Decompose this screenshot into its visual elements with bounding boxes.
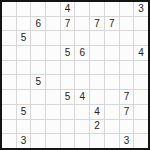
cell-r10-c8[interactable] — [105, 134, 119, 148]
cell-r9-c4[interactable] — [46, 120, 60, 134]
cell-r2-c10[interactable] — [134, 17, 148, 31]
cell-r10-c6[interactable] — [75, 134, 89, 148]
cell-r7-c8[interactable] — [105, 90, 119, 104]
cell-r10-c2: 3 — [17, 134, 31, 148]
cell-r6-c1[interactable] — [2, 75, 16, 89]
cell-r7-c7[interactable] — [90, 90, 104, 104]
cell-r5-c9[interactable] — [120, 61, 134, 75]
cell-r7-c1[interactable] — [2, 90, 16, 104]
cell-r8-c1[interactable] — [2, 105, 16, 119]
cell-r2-c4[interactable] — [46, 17, 60, 31]
cell-r8-c2: 5 — [17, 105, 31, 119]
cell-r10-c7[interactable] — [90, 134, 104, 148]
cell-r10-c9: 3 — [120, 134, 134, 148]
cell-r2-c7: 7 — [90, 17, 104, 31]
cell-r3-c4[interactable] — [46, 31, 60, 45]
cell-r2-c9[interactable] — [120, 17, 134, 31]
cell-r1-c4[interactable] — [46, 2, 60, 16]
cell-r4-c8[interactable] — [105, 46, 119, 60]
cell-r8-c8[interactable] — [105, 105, 119, 119]
cell-r4-c10: 4 — [134, 46, 148, 60]
cell-r8-c9: 7 — [120, 105, 134, 119]
cell-r4-c9[interactable] — [120, 46, 134, 60]
cell-r3-c1[interactable] — [2, 31, 16, 45]
cell-r6-c2[interactable] — [17, 75, 31, 89]
cell-r7-c6: 4 — [75, 90, 89, 104]
cell-r8-c10[interactable] — [134, 105, 148, 119]
cell-r8-c7: 4 — [90, 105, 104, 119]
cell-r5-c5[interactable] — [61, 61, 75, 75]
cell-r3-c7[interactable] — [90, 31, 104, 45]
cell-r2-c5: 7 — [61, 17, 75, 31]
cell-r9-c5[interactable] — [61, 120, 75, 134]
cell-r6-c4[interactable] — [46, 75, 60, 89]
cell-r5-c10[interactable] — [134, 61, 148, 75]
cell-r2-c8: 7 — [105, 17, 119, 31]
cell-r3-c3[interactable] — [31, 31, 45, 45]
cell-r3-c9[interactable] — [120, 31, 134, 45]
cell-r4-c6: 6 — [75, 46, 89, 60]
cell-r4-c7[interactable] — [90, 46, 104, 60]
cell-r8-c4[interactable] — [46, 105, 60, 119]
cell-r1-c8[interactable] — [105, 2, 119, 16]
cell-r9-c1[interactable] — [2, 120, 16, 134]
cell-r7-c3[interactable] — [31, 90, 45, 104]
cell-r1-c5: 4 — [61, 2, 75, 16]
cell-r1-c1[interactable] — [2, 2, 16, 16]
cell-r8-c3[interactable] — [31, 105, 45, 119]
cell-r3-c10[interactable] — [134, 31, 148, 45]
cell-r5-c4[interactable] — [46, 61, 60, 75]
cell-r1-c3[interactable] — [31, 2, 45, 16]
cell-r2-c2[interactable] — [17, 17, 31, 31]
cell-r9-c8[interactable] — [105, 120, 119, 134]
cell-r1-c9[interactable] — [120, 2, 134, 16]
cell-r3-c8[interactable] — [105, 31, 119, 45]
cell-r7-c10[interactable] — [134, 90, 148, 104]
cell-r3-c6[interactable] — [75, 31, 89, 45]
cell-r4-c4[interactable] — [46, 46, 60, 60]
cell-r10-c3[interactable] — [31, 134, 45, 148]
cell-r7-c4[interactable] — [46, 90, 60, 104]
cell-r4-c3[interactable] — [31, 46, 45, 60]
cell-r6-c8[interactable] — [105, 75, 119, 89]
cell-r6-c5[interactable] — [61, 75, 75, 89]
cell-r2-c3: 6 — [31, 17, 45, 31]
cell-r10-c10[interactable] — [134, 134, 148, 148]
cell-r9-c10[interactable] — [134, 120, 148, 134]
cell-r9-c9[interactable] — [120, 120, 134, 134]
cell-r6-c7[interactable] — [90, 75, 104, 89]
cell-r3-c5[interactable] — [61, 31, 75, 45]
cell-r5-c7[interactable] — [90, 61, 104, 75]
cell-r1-c6[interactable] — [75, 2, 89, 16]
cell-r10-c5[interactable] — [61, 134, 75, 148]
cell-r1-c2[interactable] — [17, 2, 31, 16]
cell-r6-c9[interactable] — [120, 75, 134, 89]
cell-r1-c7[interactable] — [90, 2, 104, 16]
cell-r1-c10: 3 — [134, 2, 148, 16]
cell-r9-c6[interactable] — [75, 120, 89, 134]
cell-r7-c5: 5 — [61, 90, 75, 104]
cell-r6-c10[interactable] — [134, 75, 148, 89]
cell-r5-c3[interactable] — [31, 61, 45, 75]
cell-r8-c6[interactable] — [75, 105, 89, 119]
cell-r5-c2[interactable] — [17, 61, 31, 75]
cell-r5-c6[interactable] — [75, 61, 89, 75]
cell-r2-c1[interactable] — [2, 17, 16, 31]
cell-r9-c3[interactable] — [31, 120, 45, 134]
cell-r9-c2[interactable] — [17, 120, 31, 134]
cell-r2-c6[interactable] — [75, 17, 89, 31]
cell-r3-c2: 5 — [17, 31, 31, 45]
cell-r4-c2[interactable] — [17, 46, 31, 60]
cell-r10-c1[interactable] — [2, 134, 16, 148]
cell-r10-c4[interactable] — [46, 134, 60, 148]
cell-r4-c5: 5 — [61, 46, 75, 60]
cell-r7-c2[interactable] — [17, 90, 31, 104]
cell-r9-c7: 2 — [90, 120, 104, 134]
minesweeper-board: 43677755645547547233 — [0, 0, 150, 150]
cell-r7-c9: 7 — [120, 90, 134, 104]
cell-r5-c8[interactable] — [105, 61, 119, 75]
cell-r6-c3: 5 — [31, 75, 45, 89]
cell-r6-c6[interactable] — [75, 75, 89, 89]
cell-r8-c5[interactable] — [61, 105, 75, 119]
cell-r4-c1[interactable] — [2, 46, 16, 60]
cell-r5-c1[interactable] — [2, 61, 16, 75]
